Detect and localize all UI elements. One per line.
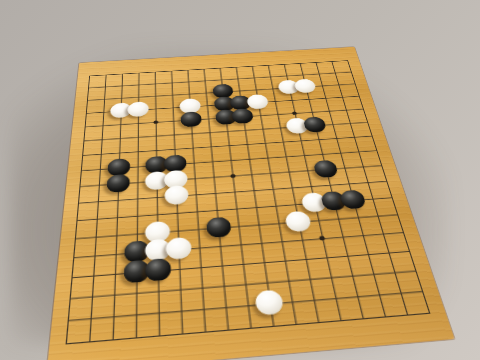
go-board-photo-scene: [0, 0, 480, 360]
white-stone: [301, 192, 329, 213]
star-point: [230, 174, 235, 178]
white-stone: [164, 185, 188, 205]
board-front-edge: [45, 339, 456, 360]
black-stone: [106, 173, 130, 193]
black-stone: [339, 189, 367, 209]
white-stone: [164, 169, 188, 188]
star-point: [319, 236, 325, 241]
white-stone: [247, 94, 270, 109]
white-stone: [255, 290, 285, 316]
black-stone: [205, 216, 231, 238]
star-point: [153, 120, 158, 124]
white-stone: [145, 221, 170, 243]
white-stone: [284, 210, 312, 232]
star-point: [155, 248, 161, 253]
white-stone: [145, 239, 171, 262]
white-stone: [145, 171, 168, 190]
black-stone: [145, 258, 171, 282]
black-stone: [124, 240, 150, 263]
black-stone: [180, 111, 202, 127]
black-stone: [231, 108, 254, 124]
black-stone: [320, 191, 348, 211]
black-stone: [123, 259, 149, 283]
white-stone: [165, 237, 191, 260]
star-point: [292, 111, 297, 114]
black-stone: [312, 159, 339, 178]
white-stone: [127, 101, 148, 117]
